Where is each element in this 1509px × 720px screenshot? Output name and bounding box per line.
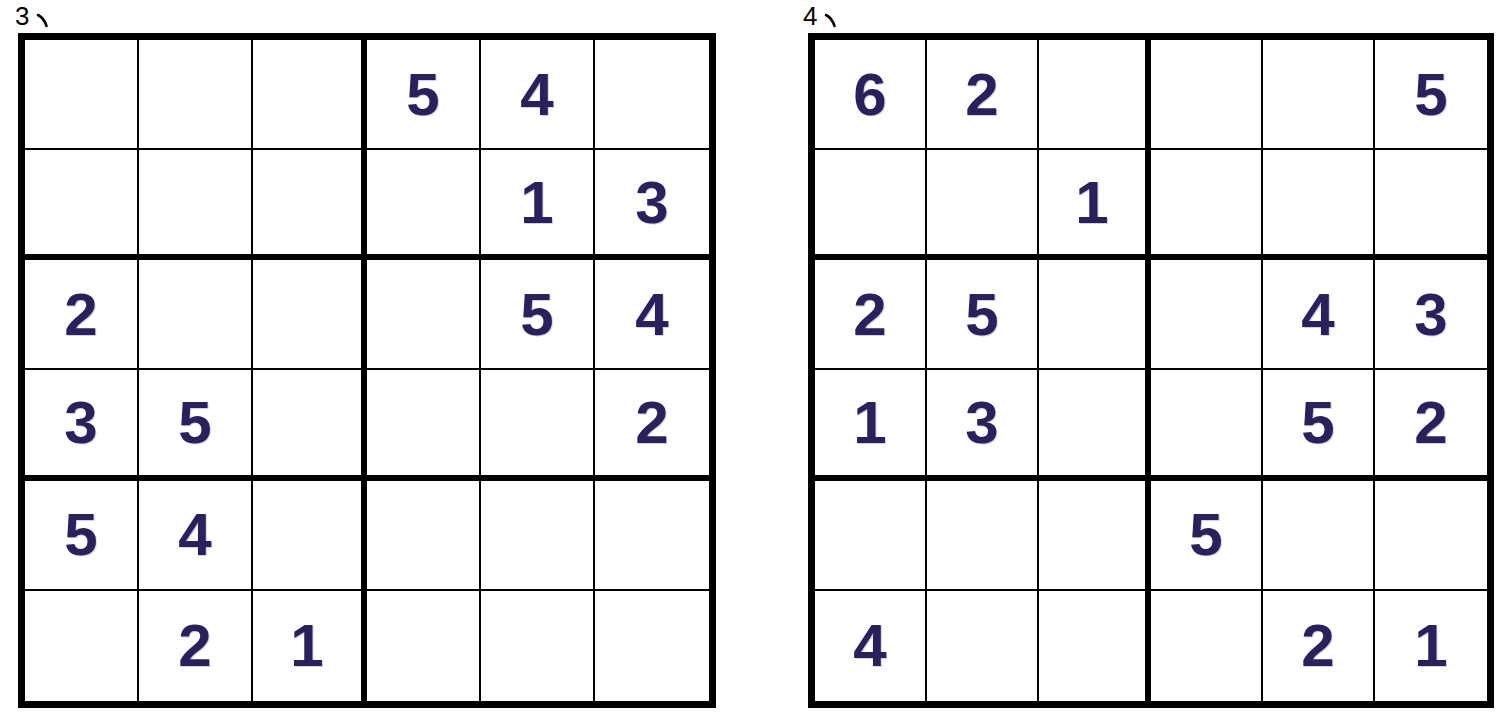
cell-r6c2 bbox=[927, 591, 1039, 701]
ideographic-comma-icon bbox=[824, 13, 837, 28]
cell-r3c6: 4 bbox=[595, 260, 709, 370]
cell-r4c6: 2 bbox=[1375, 370, 1487, 480]
cell-r1c6: 5 bbox=[1375, 40, 1487, 150]
cell-r1c4: 5 bbox=[367, 40, 481, 150]
given-digit: 4 bbox=[1301, 280, 1334, 349]
cell-r4c1: 1 bbox=[815, 370, 927, 480]
given-digit: 5 bbox=[520, 280, 553, 349]
cell-r5c6 bbox=[595, 481, 709, 591]
cell-r1c3 bbox=[1039, 40, 1151, 150]
cell-r1c6 bbox=[595, 40, 709, 150]
cell-r4c6: 2 bbox=[595, 370, 709, 480]
given-digit: 4 bbox=[520, 60, 553, 129]
cell-r5c5 bbox=[1263, 481, 1375, 591]
given-digit: 5 bbox=[1189, 500, 1222, 569]
puzzle-label-4: 4 bbox=[803, 0, 837, 30]
cell-r4c3 bbox=[253, 370, 367, 480]
cell-r3c5: 4 bbox=[1263, 260, 1375, 370]
sudoku-board-3: 54132543525421 bbox=[18, 33, 716, 708]
cell-r5c3 bbox=[1039, 481, 1151, 591]
given-digit: 6 bbox=[853, 60, 886, 129]
given-digit: 2 bbox=[64, 280, 97, 349]
cell-r3c4 bbox=[367, 260, 481, 370]
cell-r1c3 bbox=[253, 40, 367, 150]
given-digit: 1 bbox=[1414, 611, 1447, 680]
cell-r4c4 bbox=[1151, 370, 1263, 480]
given-digit: 4 bbox=[853, 611, 886, 680]
cell-r2c1 bbox=[815, 150, 927, 260]
given-digit: 5 bbox=[406, 60, 439, 129]
cell-r3c3 bbox=[1039, 260, 1151, 370]
cell-r6c4 bbox=[1151, 591, 1263, 701]
given-digit: 5 bbox=[1414, 60, 1447, 129]
cell-r4c4 bbox=[367, 370, 481, 480]
given-digit: 5 bbox=[64, 500, 97, 569]
given-digit: 1 bbox=[520, 168, 553, 237]
given-digit: 5 bbox=[1301, 388, 1334, 457]
cell-r1c5 bbox=[1263, 40, 1375, 150]
cell-r2c4 bbox=[1151, 150, 1263, 260]
given-digit: 1 bbox=[290, 611, 323, 680]
cell-r6c1: 4 bbox=[815, 591, 927, 701]
given-digit: 1 bbox=[853, 388, 886, 457]
cell-r3c4 bbox=[1151, 260, 1263, 370]
worksheet-page: 3 54132543525421 4 6251254313525421 bbox=[0, 0, 1509, 720]
cell-r5c2: 4 bbox=[139, 481, 253, 591]
given-digit: 2 bbox=[178, 611, 211, 680]
ideographic-comma-icon bbox=[36, 13, 49, 28]
cell-r2c2 bbox=[139, 150, 253, 260]
puzzle-label-3: 3 bbox=[15, 0, 49, 30]
cell-r6c5 bbox=[481, 591, 595, 701]
cell-r6c3 bbox=[1039, 591, 1151, 701]
cell-r3c2 bbox=[139, 260, 253, 370]
cell-r6c6: 1 bbox=[1375, 591, 1487, 701]
cell-r5c6 bbox=[1375, 481, 1487, 591]
cell-r5c4: 5 bbox=[1151, 481, 1263, 591]
cell-r4c5 bbox=[481, 370, 595, 480]
cell-r3c1: 2 bbox=[815, 260, 927, 370]
puzzle-number-3: 3 bbox=[15, 2, 30, 30]
cell-r1c2: 2 bbox=[927, 40, 1039, 150]
given-digit: 2 bbox=[635, 388, 668, 457]
cell-r2c6 bbox=[1375, 150, 1487, 260]
cell-r5c5 bbox=[481, 481, 595, 591]
cell-r3c5: 5 bbox=[481, 260, 595, 370]
cell-r1c4 bbox=[1151, 40, 1263, 150]
given-digit: 3 bbox=[1414, 280, 1447, 349]
cell-r6c3: 1 bbox=[253, 591, 367, 701]
cell-r1c1: 6 bbox=[815, 40, 927, 150]
cell-r3c2: 5 bbox=[927, 260, 1039, 370]
given-digit: 4 bbox=[178, 500, 211, 569]
puzzle-number-4: 4 bbox=[803, 2, 818, 30]
cell-r2c6: 3 bbox=[595, 150, 709, 260]
given-digit: 2 bbox=[853, 280, 886, 349]
cell-r5c4 bbox=[367, 481, 481, 591]
given-digit: 5 bbox=[965, 280, 998, 349]
cell-r6c5: 2 bbox=[1263, 591, 1375, 701]
cell-r2c5: 1 bbox=[481, 150, 595, 260]
cell-r1c2 bbox=[139, 40, 253, 150]
cell-r6c1 bbox=[25, 591, 139, 701]
cell-r2c3: 1 bbox=[1039, 150, 1151, 260]
given-digit: 3 bbox=[64, 388, 97, 457]
cell-r5c2 bbox=[927, 481, 1039, 591]
cell-r4c5: 5 bbox=[1263, 370, 1375, 480]
given-digit: 3 bbox=[965, 388, 998, 457]
cell-r1c1 bbox=[25, 40, 139, 150]
cell-r4c2: 3 bbox=[927, 370, 1039, 480]
cell-r4c2: 5 bbox=[139, 370, 253, 480]
given-digit: 3 bbox=[635, 168, 668, 237]
cell-r2c5 bbox=[1263, 150, 1375, 260]
cell-r5c1: 5 bbox=[25, 481, 139, 591]
cell-r5c3 bbox=[253, 481, 367, 591]
cell-r5c1 bbox=[815, 481, 927, 591]
given-digit: 2 bbox=[1414, 388, 1447, 457]
cell-r6c6 bbox=[595, 591, 709, 701]
cell-r6c4 bbox=[367, 591, 481, 701]
cell-r3c3 bbox=[253, 260, 367, 370]
cell-r2c3 bbox=[253, 150, 367, 260]
cell-r1c5: 4 bbox=[481, 40, 595, 150]
given-digit: 1 bbox=[1075, 168, 1108, 237]
cell-r3c6: 3 bbox=[1375, 260, 1487, 370]
cell-r4c1: 3 bbox=[25, 370, 139, 480]
cell-r2c4 bbox=[367, 150, 481, 260]
given-digit: 2 bbox=[965, 60, 998, 129]
cell-r2c1 bbox=[25, 150, 139, 260]
cell-r3c1: 2 bbox=[25, 260, 139, 370]
sudoku-board-4: 6251254313525421 bbox=[808, 33, 1494, 708]
given-digit: 2 bbox=[1301, 611, 1334, 680]
given-digit: 4 bbox=[635, 280, 668, 349]
given-digit: 5 bbox=[178, 388, 211, 457]
cell-r4c3 bbox=[1039, 370, 1151, 480]
cell-r2c2 bbox=[927, 150, 1039, 260]
cell-r6c2: 2 bbox=[139, 591, 253, 701]
